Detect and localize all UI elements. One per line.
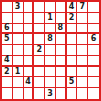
cell-r7c5[interactable] — [45, 67, 56, 78]
cell-r2c9[interactable] — [88, 13, 99, 24]
cell-r9c7[interactable] — [67, 88, 78, 99]
cell-r6c2[interactable] — [13, 56, 24, 67]
given-digit-r1c2[interactable]: 3 — [13, 2, 24, 13]
given-digit-r7c1[interactable]: 2 — [2, 67, 13, 78]
cell-r1c5[interactable] — [45, 2, 56, 13]
cell-r3c8[interactable] — [77, 24, 88, 35]
cell-r1c3[interactable] — [24, 2, 35, 13]
cell-r6c6[interactable] — [56, 56, 67, 67]
cell-r8c6[interactable] — [56, 77, 67, 88]
given-digit-r4c9[interactable]: 6 — [88, 34, 99, 45]
cell-r5c2[interactable] — [13, 45, 24, 56]
cell-r4c7[interactable] — [67, 34, 78, 45]
given-digit-r7c2[interactable]: 1 — [13, 67, 24, 78]
cell-r5c7[interactable] — [67, 45, 78, 56]
given-digit-r1c7[interactable]: 4 — [67, 2, 78, 13]
cell-r3c3[interactable] — [24, 24, 35, 35]
cell-r2c1[interactable] — [2, 13, 13, 24]
cell-r8c4[interactable] — [34, 77, 45, 88]
cell-r9c2[interactable] — [13, 88, 24, 99]
cell-r5c1[interactable] — [2, 45, 13, 56]
given-digit-r2c5[interactable]: 1 — [45, 13, 56, 24]
cell-r3c5[interactable] — [45, 24, 56, 35]
cell-r8c2[interactable] — [13, 77, 24, 88]
given-digit-r8c7[interactable]: 5 — [67, 77, 78, 88]
cell-r8c9[interactable] — [88, 77, 99, 88]
cell-r7c7[interactable] — [67, 67, 78, 78]
cell-r9c4[interactable] — [34, 88, 45, 99]
sudoku-board: 34712685862421453 — [0, 0, 101, 101]
given-digit-r6c1[interactable]: 4 — [2, 56, 13, 67]
cell-r3c4[interactable] — [34, 24, 45, 35]
cell-r9c1[interactable] — [2, 88, 13, 99]
given-digit-r5c4[interactable]: 2 — [34, 45, 45, 56]
cell-r5c6[interactable] — [56, 45, 67, 56]
cell-r4c6[interactable] — [56, 34, 67, 45]
cell-r6c5[interactable] — [45, 56, 56, 67]
given-digit-r4c1[interactable]: 5 — [2, 34, 13, 45]
cell-r4c8[interactable] — [77, 34, 88, 45]
cell-r2c2[interactable] — [13, 13, 24, 24]
cell-r6c7[interactable] — [67, 56, 78, 67]
cell-r7c4[interactable] — [34, 67, 45, 78]
cell-r7c3[interactable] — [24, 67, 35, 78]
given-digit-r3c1[interactable]: 6 — [2, 24, 13, 35]
cell-r9c3[interactable] — [24, 88, 35, 99]
cell-r9c8[interactable] — [77, 88, 88, 99]
cell-r2c6[interactable] — [56, 13, 67, 24]
cell-r5c5[interactable] — [45, 45, 56, 56]
cell-r3c7[interactable] — [67, 24, 78, 35]
cell-r5c9[interactable] — [88, 45, 99, 56]
cell-r2c4[interactable] — [34, 13, 45, 24]
cell-r6c9[interactable] — [88, 56, 99, 67]
cell-r6c4[interactable] — [34, 56, 45, 67]
cell-r9c6[interactable] — [56, 88, 67, 99]
cell-r8c5[interactable] — [45, 77, 56, 88]
cell-r2c3[interactable] — [24, 13, 35, 24]
cell-r1c4[interactable] — [34, 2, 45, 13]
given-digit-r9c5[interactable]: 3 — [45, 88, 56, 99]
cell-r5c8[interactable] — [77, 45, 88, 56]
cell-r8c1[interactable] — [2, 77, 13, 88]
given-digit-r1c8[interactable]: 7 — [77, 2, 88, 13]
given-digit-r3c6[interactable]: 8 — [56, 24, 67, 35]
cell-r5c3[interactable] — [24, 45, 35, 56]
given-digit-r4c5[interactable]: 8 — [45, 34, 56, 45]
cell-r4c3[interactable] — [24, 34, 35, 45]
cell-r7c8[interactable] — [77, 67, 88, 78]
cell-r7c9[interactable] — [88, 67, 99, 78]
given-digit-r8c3[interactable]: 4 — [24, 77, 35, 88]
cell-r4c4[interactable] — [34, 34, 45, 45]
cell-r1c6[interactable] — [56, 2, 67, 13]
cell-r4c2[interactable] — [13, 34, 24, 45]
cell-r1c9[interactable] — [88, 2, 99, 13]
given-digit-r9c9[interactable] — [88, 88, 99, 99]
cell-r2c8[interactable] — [77, 13, 88, 24]
given-digit-r2c7[interactable]: 2 — [67, 13, 78, 24]
cell-r3c9[interactable] — [88, 24, 99, 35]
cell-r6c8[interactable] — [77, 56, 88, 67]
cell-r3c2[interactable] — [13, 24, 24, 35]
cell-r8c8[interactable] — [77, 77, 88, 88]
cell-r7c6[interactable] — [56, 67, 67, 78]
cell-r6c3[interactable] — [24, 56, 35, 67]
cell-r1c1[interactable] — [2, 2, 13, 13]
